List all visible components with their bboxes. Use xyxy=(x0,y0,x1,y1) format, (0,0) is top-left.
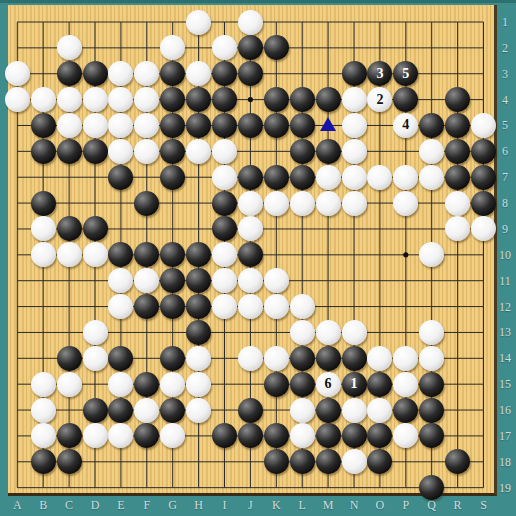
stone-black xyxy=(186,294,211,319)
column-label: J xyxy=(248,498,253,513)
column-label: I xyxy=(223,498,227,513)
stone-white xyxy=(31,398,56,423)
stone-black xyxy=(290,346,315,371)
stone-white xyxy=(264,191,289,216)
stone-black xyxy=(57,346,82,371)
stone-black xyxy=(367,372,392,397)
stone-white xyxy=(5,87,30,112)
stone-black xyxy=(342,346,367,371)
stone-white xyxy=(57,35,82,60)
stone-white xyxy=(393,346,418,371)
stone-black xyxy=(316,398,341,423)
stone-black xyxy=(290,449,315,474)
column-label: L xyxy=(299,498,306,513)
stone-black xyxy=(419,398,444,423)
stone-white xyxy=(342,113,367,138)
row-label: 12 xyxy=(499,299,511,314)
stone-white xyxy=(290,423,315,448)
stone-white xyxy=(316,320,341,345)
stone-black xyxy=(108,398,133,423)
stone-white xyxy=(31,423,56,448)
stone-white xyxy=(238,10,263,35)
stone-white xyxy=(57,113,82,138)
stone-white xyxy=(186,372,211,397)
column-label: G xyxy=(168,498,177,513)
stone-black xyxy=(290,165,315,190)
stone-white xyxy=(419,320,444,345)
stone-white xyxy=(83,87,108,112)
stone-black xyxy=(238,113,263,138)
stone-white xyxy=(57,87,82,112)
column-label: M xyxy=(323,498,334,513)
stone-white xyxy=(342,398,367,423)
stone-black xyxy=(83,61,108,86)
stone-white xyxy=(264,294,289,319)
move-number: 5 xyxy=(402,67,409,81)
stone-white xyxy=(342,165,367,190)
stone-black xyxy=(160,165,185,190)
column-label: B xyxy=(39,498,47,513)
stone-white xyxy=(186,10,211,35)
board-frame: 352461 ABCDEFGHIJKLMNOPQRS 1234567891011… xyxy=(0,0,516,516)
stone-white xyxy=(419,139,444,164)
column-label: S xyxy=(480,498,487,513)
stone-white xyxy=(212,139,237,164)
stone-black xyxy=(342,61,367,86)
row-label: 14 xyxy=(499,351,511,366)
stone-black xyxy=(445,165,470,190)
row-label: 18 xyxy=(499,454,511,469)
go-board[interactable]: 352461 xyxy=(8,5,497,496)
move-number: 3 xyxy=(376,67,383,81)
stone-black xyxy=(57,216,82,241)
stone-black xyxy=(290,139,315,164)
stone-black xyxy=(419,475,444,500)
stone-black xyxy=(342,423,367,448)
stone-black xyxy=(83,216,108,241)
stone-white xyxy=(57,242,82,267)
row-label: 5 xyxy=(502,118,508,133)
stone-black xyxy=(31,113,56,138)
stone-white xyxy=(83,242,108,267)
stone-white xyxy=(393,165,418,190)
column-label: A xyxy=(13,498,22,513)
stone-black xyxy=(316,87,341,112)
stone-white xyxy=(342,320,367,345)
stone-black xyxy=(316,449,341,474)
move-number: 4 xyxy=(402,118,409,132)
stone-black xyxy=(57,139,82,164)
stone-white xyxy=(342,191,367,216)
stone-black xyxy=(264,113,289,138)
stone-black xyxy=(134,191,159,216)
column-label: C xyxy=(65,498,73,513)
stone-white xyxy=(83,113,108,138)
row-label: 15 xyxy=(499,377,511,392)
stone-white xyxy=(212,165,237,190)
row-label: 3 xyxy=(502,66,508,81)
stone-black xyxy=(471,191,496,216)
stone-black xyxy=(264,449,289,474)
stone-white xyxy=(342,139,367,164)
column-label: H xyxy=(194,498,203,513)
stone-white xyxy=(445,191,470,216)
stone-black xyxy=(57,423,82,448)
row-label: 11 xyxy=(499,273,511,288)
stone-white xyxy=(264,268,289,293)
stone-black xyxy=(212,191,237,216)
column-label: N xyxy=(350,498,359,513)
stone-white xyxy=(238,268,263,293)
row-label: 2 xyxy=(502,40,508,55)
stone-black xyxy=(238,165,263,190)
stone-white xyxy=(5,61,30,86)
stone-white: 6 xyxy=(316,372,341,397)
stone-black xyxy=(83,139,108,164)
triangle-marker xyxy=(320,117,336,131)
stone-black xyxy=(31,191,56,216)
stone-white xyxy=(57,372,82,397)
row-label: 19 xyxy=(499,480,511,495)
stone-white xyxy=(342,449,367,474)
stone-black xyxy=(445,139,470,164)
stone-black xyxy=(264,165,289,190)
stone-black xyxy=(186,113,211,138)
row-label: 6 xyxy=(502,144,508,159)
stone-black xyxy=(471,165,496,190)
column-label: K xyxy=(272,498,281,513)
stone-black xyxy=(160,139,185,164)
stone-black xyxy=(264,372,289,397)
stone-white xyxy=(186,346,211,371)
stone-white xyxy=(186,398,211,423)
stone-white xyxy=(393,191,418,216)
stone-black xyxy=(290,372,315,397)
column-label: Q xyxy=(427,498,436,513)
row-label: 17 xyxy=(499,428,511,443)
stone-white xyxy=(31,216,56,241)
column-label: E xyxy=(117,498,124,513)
row-label: 7 xyxy=(502,170,508,185)
stone-black xyxy=(290,87,315,112)
stone-black xyxy=(57,449,82,474)
stone-black xyxy=(31,449,56,474)
column-label: R xyxy=(454,498,462,513)
stone-white xyxy=(134,398,159,423)
column-label: P xyxy=(402,498,409,513)
stone-black xyxy=(212,87,237,112)
stone-black xyxy=(316,346,341,371)
stone-white xyxy=(134,139,159,164)
move-number: 2 xyxy=(376,93,383,107)
row-label: 1 xyxy=(502,15,508,30)
stone-black xyxy=(186,320,211,345)
stone-black xyxy=(238,398,263,423)
row-label: 16 xyxy=(499,403,511,418)
stone-white xyxy=(367,165,392,190)
stone-white xyxy=(367,398,392,423)
stone-white xyxy=(83,320,108,345)
stone-white xyxy=(212,294,237,319)
stone-white xyxy=(290,191,315,216)
stone-white xyxy=(238,294,263,319)
stone-black xyxy=(419,372,444,397)
stone-white xyxy=(290,398,315,423)
stone-white xyxy=(419,165,444,190)
hoshi-point xyxy=(403,252,408,257)
stone-white xyxy=(290,320,315,345)
stone-black xyxy=(393,398,418,423)
stone-black xyxy=(419,113,444,138)
move-number: 1 xyxy=(351,377,358,391)
stone-black xyxy=(238,61,263,86)
stone-white xyxy=(316,165,341,190)
stone-white xyxy=(419,346,444,371)
stone-black xyxy=(445,113,470,138)
row-label: 4 xyxy=(502,92,508,107)
stone-black xyxy=(316,423,341,448)
row-label: 13 xyxy=(499,325,511,340)
stone-black xyxy=(160,346,185,371)
stone-black xyxy=(83,398,108,423)
stone-black xyxy=(290,113,315,138)
stone-white xyxy=(83,346,108,371)
hoshi-point xyxy=(248,97,253,102)
stone-white xyxy=(471,113,496,138)
stone-black xyxy=(212,113,237,138)
stone-white xyxy=(238,346,263,371)
stone-black xyxy=(160,398,185,423)
stone-white xyxy=(264,346,289,371)
column-label: D xyxy=(91,498,100,513)
stone-black xyxy=(57,61,82,86)
stone-white xyxy=(316,191,341,216)
stone-black: 1 xyxy=(342,372,367,397)
stone-white xyxy=(290,294,315,319)
stone-black xyxy=(160,113,185,138)
row-label: 9 xyxy=(502,221,508,236)
stone-white xyxy=(393,372,418,397)
stone-black xyxy=(471,139,496,164)
stone-white xyxy=(31,372,56,397)
stone-white xyxy=(83,423,108,448)
stone-white xyxy=(238,191,263,216)
stone-white xyxy=(342,87,367,112)
stone-black xyxy=(264,35,289,60)
stone-white xyxy=(160,372,185,397)
stone-white xyxy=(186,139,211,164)
stone-black xyxy=(316,139,341,164)
stone-white xyxy=(108,372,133,397)
stone-black xyxy=(31,139,56,164)
column-label: O xyxy=(376,498,385,513)
stone-black xyxy=(264,87,289,112)
stone-white xyxy=(31,242,56,267)
move-number: 6 xyxy=(325,377,332,391)
stone-black xyxy=(108,165,133,190)
column-label: F xyxy=(143,498,150,513)
stone-black xyxy=(134,372,159,397)
stone-white xyxy=(31,87,56,112)
row-label: 8 xyxy=(502,196,508,211)
row-label: 10 xyxy=(499,247,511,262)
